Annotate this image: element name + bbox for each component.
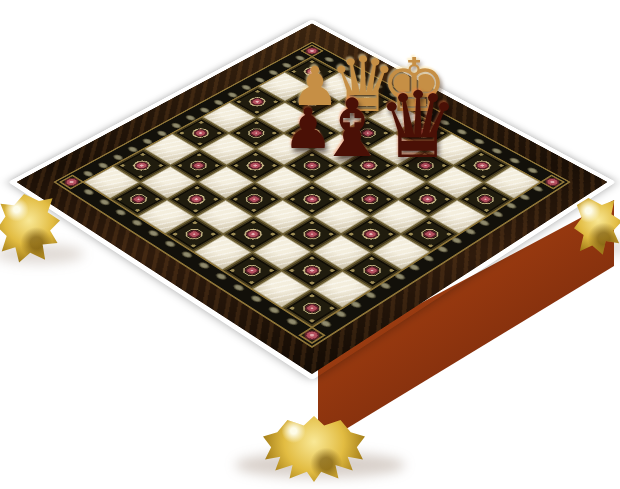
corner-medallion-icon — [540, 175, 565, 190]
corner-medallion-icon — [298, 326, 326, 344]
chess-set-product-photo: ♟♛♚♟♝♛ — [0, 0, 620, 489]
corner-medallion-icon — [59, 175, 84, 190]
piece-black-queen[interactable]: ♛ — [372, 80, 464, 172]
